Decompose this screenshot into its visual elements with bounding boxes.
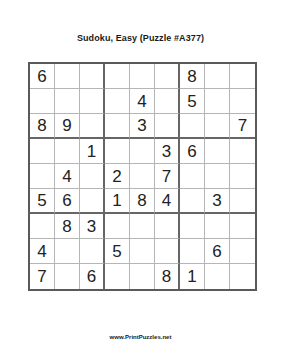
cell-r3c9: 7 xyxy=(230,114,255,139)
cell-r6c5: 8 xyxy=(130,189,155,214)
cell-r8c2 xyxy=(55,239,80,264)
cell-r9c5 xyxy=(130,264,155,289)
cell-r8c4: 5 xyxy=(105,239,130,264)
cell-r6c8: 3 xyxy=(205,189,230,214)
cell-r1c8 xyxy=(205,64,230,89)
printable-puzzle-page: Sudoku, Easy (Puzzle #A377) 684589371364… xyxy=(0,0,281,363)
cell-r4c7: 6 xyxy=(180,139,205,164)
cell-r7c9 xyxy=(230,214,255,239)
cell-r5c1 xyxy=(30,164,55,189)
cell-r6c6: 4 xyxy=(155,189,180,214)
cell-r5c2: 4 xyxy=(55,164,80,189)
cell-r8c5 xyxy=(130,239,155,264)
cell-r3c1: 8 xyxy=(30,114,55,139)
cell-r1c2 xyxy=(55,64,80,89)
cell-r6c2: 6 xyxy=(55,189,80,214)
cell-r3c5: 3 xyxy=(130,114,155,139)
cell-r7c6 xyxy=(155,214,180,239)
cell-r5c8 xyxy=(205,164,230,189)
cell-r3c4 xyxy=(105,114,130,139)
cell-r7c1 xyxy=(30,214,55,239)
puzzle-title: Sudoku, Easy (Puzzle #A377) xyxy=(0,33,281,43)
cell-r9c1: 7 xyxy=(30,264,55,289)
cell-r2c5: 4 xyxy=(130,89,155,114)
cell-r9c7: 1 xyxy=(180,264,205,289)
cell-r4c8 xyxy=(205,139,230,164)
footer-url: www.PrintPuzzles.net xyxy=(0,334,281,340)
cell-r1c3 xyxy=(80,64,105,89)
cell-r2c7: 5 xyxy=(180,89,205,114)
cell-r8c6 xyxy=(155,239,180,264)
cell-r4c1 xyxy=(30,139,55,164)
cell-r9c6: 8 xyxy=(155,264,180,289)
cell-r4c5 xyxy=(130,139,155,164)
cell-r8c9 xyxy=(230,239,255,264)
cell-r4c4 xyxy=(105,139,130,164)
cell-r2c2 xyxy=(55,89,80,114)
cell-r4c6: 3 xyxy=(155,139,180,164)
cell-r2c9 xyxy=(230,89,255,114)
cell-r3c8 xyxy=(205,114,230,139)
cell-r1c4 xyxy=(105,64,130,89)
cell-r1c5 xyxy=(130,64,155,89)
cell-r4c3: 1 xyxy=(80,139,105,164)
cell-r8c1: 4 xyxy=(30,239,55,264)
cell-r2c8 xyxy=(205,89,230,114)
cell-r9c8 xyxy=(205,264,230,289)
cell-r4c2 xyxy=(55,139,80,164)
cell-r1c9 xyxy=(230,64,255,89)
cell-r2c4 xyxy=(105,89,130,114)
cell-r5c4: 2 xyxy=(105,164,130,189)
cell-r3c3 xyxy=(80,114,105,139)
cell-r8c7 xyxy=(180,239,205,264)
cell-r2c3 xyxy=(80,89,105,114)
cell-r9c3: 6 xyxy=(80,264,105,289)
cell-r9c2 xyxy=(55,264,80,289)
sudoku-board: 68458937136427561843834567681 xyxy=(28,62,257,291)
cell-r7c8 xyxy=(205,214,230,239)
cell-r3c2: 9 xyxy=(55,114,80,139)
cell-r2c6 xyxy=(155,89,180,114)
cell-r5c6: 7 xyxy=(155,164,180,189)
cell-r8c8: 6 xyxy=(205,239,230,264)
cell-r1c6 xyxy=(155,64,180,89)
cell-r3c7 xyxy=(180,114,205,139)
cell-r1c7: 8 xyxy=(180,64,205,89)
cell-r9c9 xyxy=(230,264,255,289)
cell-r6c3 xyxy=(80,189,105,214)
cell-r6c1: 5 xyxy=(30,189,55,214)
cell-r5c7 xyxy=(180,164,205,189)
cell-r5c3 xyxy=(80,164,105,189)
cell-r7c5 xyxy=(130,214,155,239)
cell-r5c9 xyxy=(230,164,255,189)
cell-r9c4 xyxy=(105,264,130,289)
cell-r7c2: 8 xyxy=(55,214,80,239)
cell-r5c5 xyxy=(130,164,155,189)
cell-r7c4 xyxy=(105,214,130,239)
cell-r6c9 xyxy=(230,189,255,214)
cell-r1c1: 6 xyxy=(30,64,55,89)
cell-r7c7 xyxy=(180,214,205,239)
cell-r6c4: 1 xyxy=(105,189,130,214)
cell-r8c3 xyxy=(80,239,105,264)
cell-r6c7 xyxy=(180,189,205,214)
cell-r2c1 xyxy=(30,89,55,114)
cell-r4c9 xyxy=(230,139,255,164)
cell-r7c3: 3 xyxy=(80,214,105,239)
cell-r3c6 xyxy=(155,114,180,139)
